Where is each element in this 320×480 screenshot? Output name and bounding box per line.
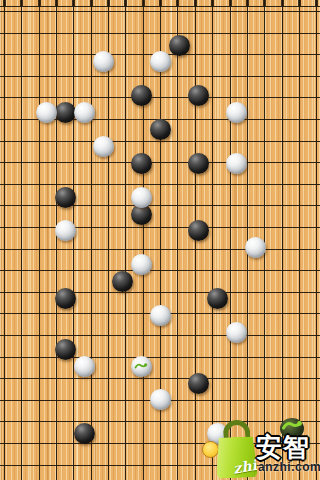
white-stone bbox=[207, 423, 228, 444]
white-stone bbox=[226, 102, 247, 123]
white-stone bbox=[226, 322, 247, 343]
black-stone bbox=[207, 288, 228, 309]
black-stone bbox=[188, 85, 209, 106]
black-stone bbox=[188, 153, 209, 174]
white-stone bbox=[150, 51, 171, 72]
white-stone bbox=[150, 389, 171, 410]
black-stone bbox=[55, 102, 76, 123]
white-stone bbox=[93, 51, 114, 72]
last-move-gecko-marker bbox=[134, 361, 148, 371]
black-stone bbox=[169, 35, 190, 56]
black-stone bbox=[112, 271, 133, 292]
black-stone bbox=[55, 187, 76, 208]
stones-layer bbox=[0, 0, 320, 480]
white-stone bbox=[131, 254, 152, 275]
white-stone bbox=[245, 237, 266, 258]
black-stone bbox=[150, 119, 171, 140]
white-stone bbox=[131, 187, 152, 208]
black-stone bbox=[55, 339, 76, 360]
black-stone bbox=[131, 153, 152, 174]
white-stone bbox=[131, 356, 152, 377]
black-stone bbox=[55, 288, 76, 309]
white-stone bbox=[93, 136, 114, 157]
white-stone bbox=[74, 102, 95, 123]
white-stone bbox=[74, 356, 95, 377]
white-stone bbox=[36, 102, 57, 123]
go-board[interactable] bbox=[0, 0, 320, 480]
black-stone bbox=[188, 220, 209, 241]
black-stone bbox=[74, 423, 95, 444]
white-stone bbox=[55, 220, 76, 241]
white-stone bbox=[226, 153, 247, 174]
black-stone bbox=[188, 373, 209, 394]
white-stone bbox=[150, 305, 171, 326]
go-app-screen: zhi 安智 anzhi.com bbox=[0, 0, 320, 480]
black-stone bbox=[131, 85, 152, 106]
